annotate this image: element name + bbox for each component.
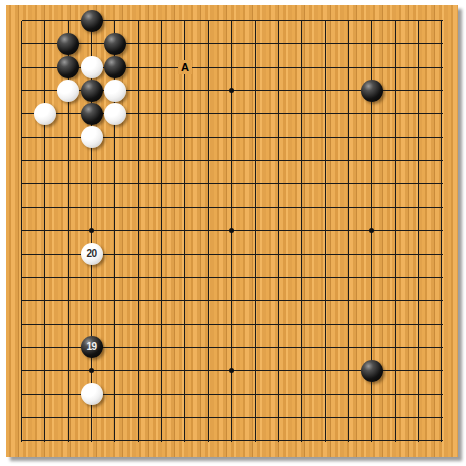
grid-line-vertical [441, 21, 442, 442]
grid-line-horizontal [22, 183, 443, 184]
grid-line-vertical [348, 21, 349, 442]
hoshi-star-point [89, 228, 94, 233]
label-A-mark[interactable]: A [178, 60, 192, 74]
stone-white-D3[interactable] [81, 383, 103, 405]
stone-black-D19[interactable] [81, 10, 103, 32]
stone-black-C18[interactable] [57, 33, 79, 55]
grid-line-vertical [184, 21, 185, 442]
stone-black-E17[interactable] [104, 56, 126, 78]
grid-line-vertical [161, 21, 162, 442]
move-number: 19 [86, 342, 96, 352]
grid-line-horizontal [22, 417, 443, 418]
grid-line-vertical [138, 21, 139, 442]
move-number: 20 [86, 249, 96, 259]
stone-white-E15[interactable] [104, 103, 126, 125]
stone-white-C16[interactable] [57, 80, 79, 102]
grid-line-horizontal [22, 440, 443, 441]
stone-black-C17[interactable] [57, 56, 79, 78]
grid-line-vertical [418, 21, 419, 442]
stone-black-Q4[interactable] [361, 360, 383, 382]
grid-line-vertical [301, 21, 302, 442]
stone-black-D5[interactable]: 19 [81, 336, 103, 358]
grid-line-vertical [255, 21, 256, 442]
hoshi-star-point [229, 228, 234, 233]
grid-line-vertical [278, 21, 279, 442]
stone-white-D17[interactable] [81, 56, 103, 78]
grid-line-vertical [208, 21, 209, 442]
stone-black-D16[interactable] [81, 80, 103, 102]
hoshi-star-point [89, 368, 94, 373]
page: A2019 [0, 0, 466, 466]
hoshi-star-point [229, 88, 234, 93]
stone-white-E16[interactable] [104, 80, 126, 102]
stone-black-Q16[interactable] [361, 80, 383, 102]
stone-black-E18[interactable] [104, 33, 126, 55]
grid-line-horizontal [22, 277, 443, 278]
stone-white-B15[interactable] [34, 103, 56, 125]
grid-line-horizontal [22, 207, 443, 208]
grid-line-horizontal [22, 43, 443, 44]
grid-line-horizontal [22, 300, 443, 301]
grid-line-vertical [44, 21, 45, 442]
stone-white-D14[interactable] [81, 126, 103, 148]
hoshi-star-point [369, 228, 374, 233]
grid-line-vertical [21, 21, 22, 442]
stone-black-D15[interactable] [81, 103, 103, 125]
stone-white-D9[interactable]: 20 [81, 243, 103, 265]
hoshi-star-point [229, 368, 234, 373]
grid-line-horizontal [22, 160, 443, 161]
go-board[interactable]: A2019 [6, 5, 458, 457]
grid-line-vertical [325, 21, 326, 442]
grid-line-horizontal [22, 324, 443, 325]
grid-line-vertical [395, 21, 396, 442]
